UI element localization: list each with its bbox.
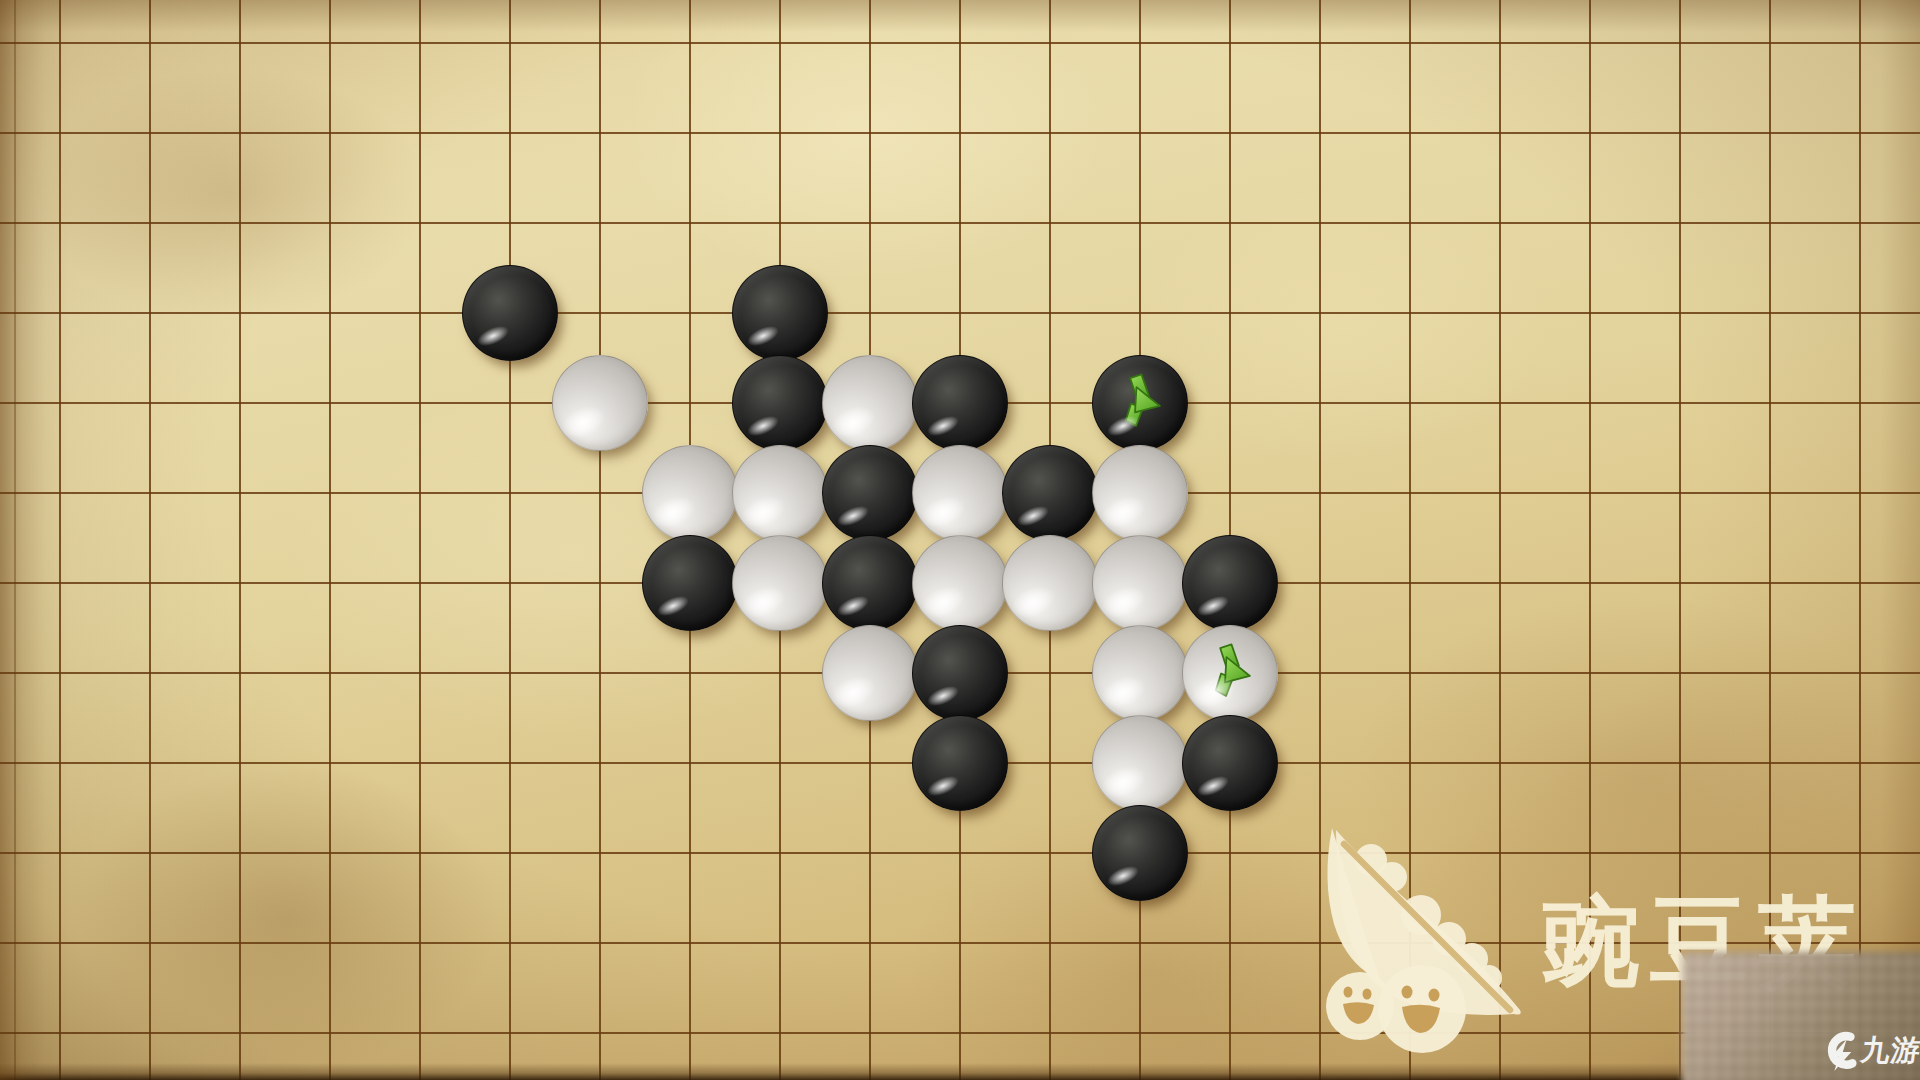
stone-white-c8r5[interactable] xyxy=(732,445,828,541)
stone-black-c8r4[interactable] xyxy=(732,355,828,451)
stone-black-c5r3[interactable] xyxy=(462,265,558,361)
stone-white-c13r7[interactable] xyxy=(1182,625,1278,721)
grid-line-horizontal xyxy=(0,852,1920,854)
stone-white-c9r7[interactable] xyxy=(822,625,918,721)
stone-black-c8r3[interactable] xyxy=(732,265,828,361)
grid-line-horizontal xyxy=(0,1032,1920,1034)
stone-white-c10r5[interactable] xyxy=(912,445,1008,541)
stone-white-c12r8[interactable] xyxy=(1092,715,1188,811)
stone-black-c9r5[interactable] xyxy=(822,445,918,541)
grid-line-horizontal xyxy=(0,42,1920,44)
stone-black-c10r8[interactable] xyxy=(912,715,1008,811)
grid-line-vertical xyxy=(599,0,601,1080)
stone-black-c13r8[interactable] xyxy=(1182,715,1278,811)
pea-faces xyxy=(1326,965,1466,1053)
stone-black-c10r4[interactable] xyxy=(912,355,1008,451)
stone-black-c10r7[interactable] xyxy=(912,625,1008,721)
stone-black-c11r5[interactable] xyxy=(1002,445,1098,541)
wandoujia-peapod-logo xyxy=(1270,820,1550,1080)
grid-line-vertical xyxy=(329,0,331,1080)
grid-line-horizontal xyxy=(0,132,1920,134)
grid-line-horizontal xyxy=(0,222,1920,224)
grid-line-vertical xyxy=(59,0,61,1080)
stone-white-c11r6[interactable] xyxy=(1002,535,1098,631)
stone-white-c12r7[interactable] xyxy=(1092,625,1188,721)
stone-black-c9r6[interactable] xyxy=(822,535,918,631)
stone-black-c12r4[interactable] xyxy=(1092,355,1188,451)
stone-white-c7r5[interactable] xyxy=(642,445,738,541)
grid-line-horizontal xyxy=(0,312,1920,314)
grid-line-vertical xyxy=(149,0,151,1080)
9game-logo: 九游 xyxy=(1820,1028,1920,1074)
stone-white-c6r4[interactable] xyxy=(552,355,648,451)
board-edge-line xyxy=(14,0,16,1080)
stone-white-c12r6[interactable] xyxy=(1092,535,1188,631)
9game-text: 九游 xyxy=(1858,1031,1920,1071)
stone-black-c7r6[interactable] xyxy=(642,535,738,631)
grid-line-vertical xyxy=(509,0,511,1080)
stone-white-c10r6[interactable] xyxy=(912,535,1008,631)
grid-line-vertical xyxy=(419,0,421,1080)
grid-line-vertical xyxy=(239,0,241,1080)
stone-white-c8r6[interactable] xyxy=(732,535,828,631)
stone-black-c13r6[interactable] xyxy=(1182,535,1278,631)
stone-white-c12r5[interactable] xyxy=(1092,445,1188,541)
9game-g-icon xyxy=(1820,1028,1858,1074)
gomoku-board[interactable]: 豌豆荚 九游 xyxy=(0,0,1920,1080)
green-arrow-marker xyxy=(1108,366,1175,436)
stone-white-c9r4[interactable] xyxy=(822,355,918,451)
green-arrow-marker xyxy=(1198,636,1265,706)
stone-black-c12r9[interactable] xyxy=(1092,805,1188,901)
